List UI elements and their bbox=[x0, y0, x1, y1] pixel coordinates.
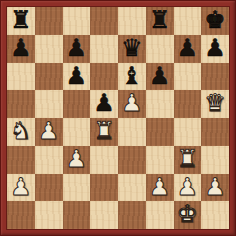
square-g8[interactable] bbox=[174, 7, 202, 35]
square-f5[interactable] bbox=[146, 90, 174, 118]
square-b3[interactable] bbox=[35, 146, 63, 174]
square-g6[interactable] bbox=[174, 63, 202, 91]
square-h1[interactable] bbox=[201, 201, 229, 229]
square-d5[interactable]: ♟ bbox=[90, 90, 118, 118]
square-f1[interactable] bbox=[146, 201, 174, 229]
black-pawn-d5[interactable]: ♟ bbox=[90, 90, 118, 118]
square-h3[interactable] bbox=[201, 146, 229, 174]
black-pawn-c6[interactable]: ♟ bbox=[63, 63, 91, 91]
square-c5[interactable] bbox=[63, 90, 91, 118]
black-rook-f8[interactable]: ♜ bbox=[146, 7, 174, 35]
square-b5[interactable] bbox=[35, 90, 63, 118]
black-bishop-e6[interactable]: ♝ bbox=[118, 63, 146, 91]
square-b6[interactable] bbox=[35, 63, 63, 91]
square-c6[interactable]: ♟ bbox=[63, 63, 91, 91]
square-a7[interactable]: ♟ bbox=[7, 35, 35, 63]
square-e6[interactable]: ♝ bbox=[118, 63, 146, 91]
square-h4[interactable] bbox=[201, 118, 229, 146]
square-d8[interactable] bbox=[90, 7, 118, 35]
square-f7[interactable] bbox=[146, 35, 174, 63]
square-d7[interactable] bbox=[90, 35, 118, 63]
black-queen-e7[interactable]: ♛ bbox=[118, 35, 146, 63]
black-rook-a8[interactable]: ♜ bbox=[7, 7, 35, 35]
square-c1[interactable] bbox=[63, 201, 91, 229]
square-e1[interactable] bbox=[118, 201, 146, 229]
square-f4[interactable] bbox=[146, 118, 174, 146]
square-a1[interactable] bbox=[7, 201, 35, 229]
white-knight-a4[interactable]: ♞ bbox=[7, 118, 35, 146]
square-d4[interactable]: ♜ bbox=[90, 118, 118, 146]
square-e3[interactable] bbox=[118, 146, 146, 174]
square-h6[interactable] bbox=[201, 63, 229, 91]
square-d6[interactable] bbox=[90, 63, 118, 91]
square-b1[interactable] bbox=[35, 201, 63, 229]
square-d3[interactable] bbox=[90, 146, 118, 174]
square-f8[interactable]: ♜ bbox=[146, 7, 174, 35]
black-pawn-a7[interactable]: ♟ bbox=[7, 35, 35, 63]
white-rook-g3[interactable]: ♜ bbox=[174, 146, 202, 174]
square-h2[interactable]: ♟ bbox=[201, 174, 229, 202]
white-queen-h5[interactable]: ♛ bbox=[201, 90, 229, 118]
square-g4[interactable] bbox=[174, 118, 202, 146]
square-b2[interactable] bbox=[35, 174, 63, 202]
square-g3[interactable]: ♜ bbox=[174, 146, 202, 174]
square-e4[interactable] bbox=[118, 118, 146, 146]
black-pawn-f6[interactable]: ♟ bbox=[146, 63, 174, 91]
square-d1[interactable] bbox=[90, 201, 118, 229]
square-f6[interactable]: ♟ bbox=[146, 63, 174, 91]
square-e5[interactable]: ♟ bbox=[118, 90, 146, 118]
square-a5[interactable] bbox=[7, 90, 35, 118]
square-c8[interactable] bbox=[63, 7, 91, 35]
square-a4[interactable]: ♞ bbox=[7, 118, 35, 146]
black-pawn-g7[interactable]: ♟ bbox=[174, 35, 202, 63]
black-king-h8[interactable]: ♚ bbox=[201, 7, 229, 35]
white-rook-d4[interactable]: ♜ bbox=[90, 118, 118, 146]
square-b7[interactable] bbox=[35, 35, 63, 63]
black-pawn-h7[interactable]: ♟ bbox=[201, 35, 229, 63]
square-c7[interactable]: ♟ bbox=[63, 35, 91, 63]
square-h5[interactable]: ♛ bbox=[201, 90, 229, 118]
square-c2[interactable] bbox=[63, 174, 91, 202]
square-e7[interactable]: ♛ bbox=[118, 35, 146, 63]
square-b4[interactable]: ♟ bbox=[35, 118, 63, 146]
square-g1[interactable]: ♚ bbox=[174, 201, 202, 229]
square-g7[interactable]: ♟ bbox=[174, 35, 202, 63]
white-pawn-h2[interactable]: ♟ bbox=[201, 174, 229, 202]
square-h8[interactable]: ♚ bbox=[201, 7, 229, 35]
square-a6[interactable] bbox=[7, 63, 35, 91]
square-g2[interactable]: ♟ bbox=[174, 174, 202, 202]
white-pawn-a2[interactable]: ♟ bbox=[7, 174, 35, 202]
square-d2[interactable] bbox=[90, 174, 118, 202]
white-pawn-g2[interactable]: ♟ bbox=[174, 174, 202, 202]
square-f3[interactable] bbox=[146, 146, 174, 174]
square-g5[interactable] bbox=[174, 90, 202, 118]
square-a3[interactable] bbox=[7, 146, 35, 174]
square-e2[interactable] bbox=[118, 174, 146, 202]
square-e8[interactable] bbox=[118, 7, 146, 35]
white-pawn-b4[interactable]: ♟ bbox=[35, 118, 63, 146]
white-pawn-c3[interactable]: ♟ bbox=[63, 146, 91, 174]
white-pawn-e5[interactable]: ♟ bbox=[118, 90, 146, 118]
square-c3[interactable]: ♟ bbox=[63, 146, 91, 174]
chess-board: ♜♜♚♟♟♛♟♟♟♝♟♟♟♛♞♟♜♟♜♟♟♟♟♚ bbox=[7, 7, 229, 229]
square-b8[interactable] bbox=[35, 7, 63, 35]
black-pawn-c7[interactable]: ♟ bbox=[63, 35, 91, 63]
white-king-g1[interactable]: ♚ bbox=[174, 201, 202, 229]
square-a2[interactable]: ♟ bbox=[7, 174, 35, 202]
white-pawn-f2[interactable]: ♟ bbox=[146, 174, 174, 202]
board-frame: ♜♜♚♟♟♛♟♟♟♝♟♟♟♛♞♟♜♟♜♟♟♟♟♚ bbox=[0, 0, 236, 236]
square-h7[interactable]: ♟ bbox=[201, 35, 229, 63]
square-c4[interactable] bbox=[63, 118, 91, 146]
square-a8[interactable]: ♜ bbox=[7, 7, 35, 35]
square-f2[interactable]: ♟ bbox=[146, 174, 174, 202]
